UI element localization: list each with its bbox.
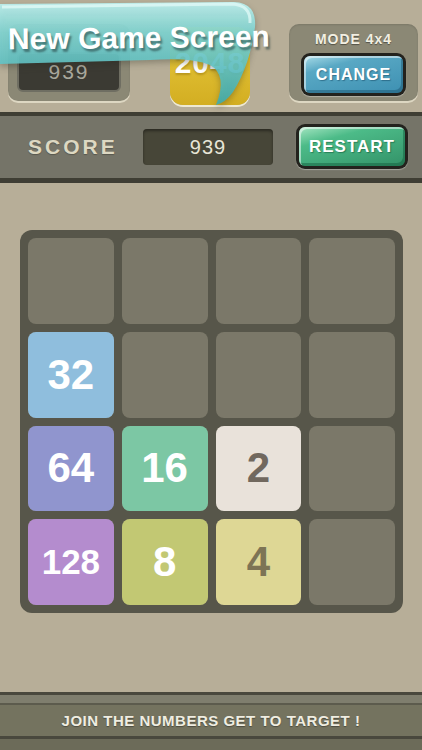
cell-r2c2	[122, 332, 208, 418]
restart-button-label: RESTART	[299, 127, 405, 166]
cell-r4c2: 8	[122, 519, 208, 605]
cell-r3c4	[309, 426, 395, 512]
restart-button[interactable]: RESTART	[296, 124, 408, 169]
banner-title: New Game Screen	[8, 20, 270, 57]
cell-r2c3	[216, 332, 302, 418]
tile-4: 4	[216, 519, 302, 605]
change-mode-button-label: CHANGE	[304, 56, 403, 93]
change-mode-button[interactable]: CHANGE	[301, 53, 406, 96]
cell-r2c1: 32	[28, 332, 114, 418]
mode-panel: MODE 4x4 CHANGE	[289, 24, 418, 101]
score-bar: SCORE 939 RESTART	[0, 112, 422, 183]
cell-r4c3: 4	[216, 519, 302, 605]
cell-r2c4	[309, 332, 395, 418]
footer-strip	[0, 695, 422, 703]
tile-16: 16	[122, 426, 208, 512]
cell-r4c1: 128	[28, 519, 114, 605]
footer-bar: JOIN THE NUMBERS GET TO TARGET !	[0, 692, 422, 750]
cell-r1c1	[28, 238, 114, 324]
tile-32: 32	[28, 332, 114, 418]
cell-r3c3: 2	[216, 426, 302, 512]
cell-r4c4	[309, 519, 395, 605]
app-screen: 939 TARGET 2048 MODE 4x4 CHANGE Ne	[0, 0, 422, 750]
score-value: 939	[143, 129, 273, 165]
cell-r3c1: 64	[28, 426, 114, 512]
tile-64: 64	[28, 426, 114, 512]
mode-label: MODE 4x4	[289, 31, 418, 47]
score-label: SCORE	[28, 135, 118, 159]
tile-2: 2	[216, 426, 302, 512]
cell-r1c4	[309, 238, 395, 324]
cell-r1c3	[216, 238, 302, 324]
cell-r3c2: 16	[122, 426, 208, 512]
cell-r1c2	[122, 238, 208, 324]
board[interactable]: 326416212884	[20, 230, 403, 613]
best-score-value: 939	[17, 52, 121, 92]
footer-message: JOIN THE NUMBERS GET TO TARGET !	[0, 705, 422, 736]
tile-8: 8	[122, 519, 208, 605]
footer-base	[0, 739, 422, 750]
tile-128: 128	[28, 519, 114, 605]
